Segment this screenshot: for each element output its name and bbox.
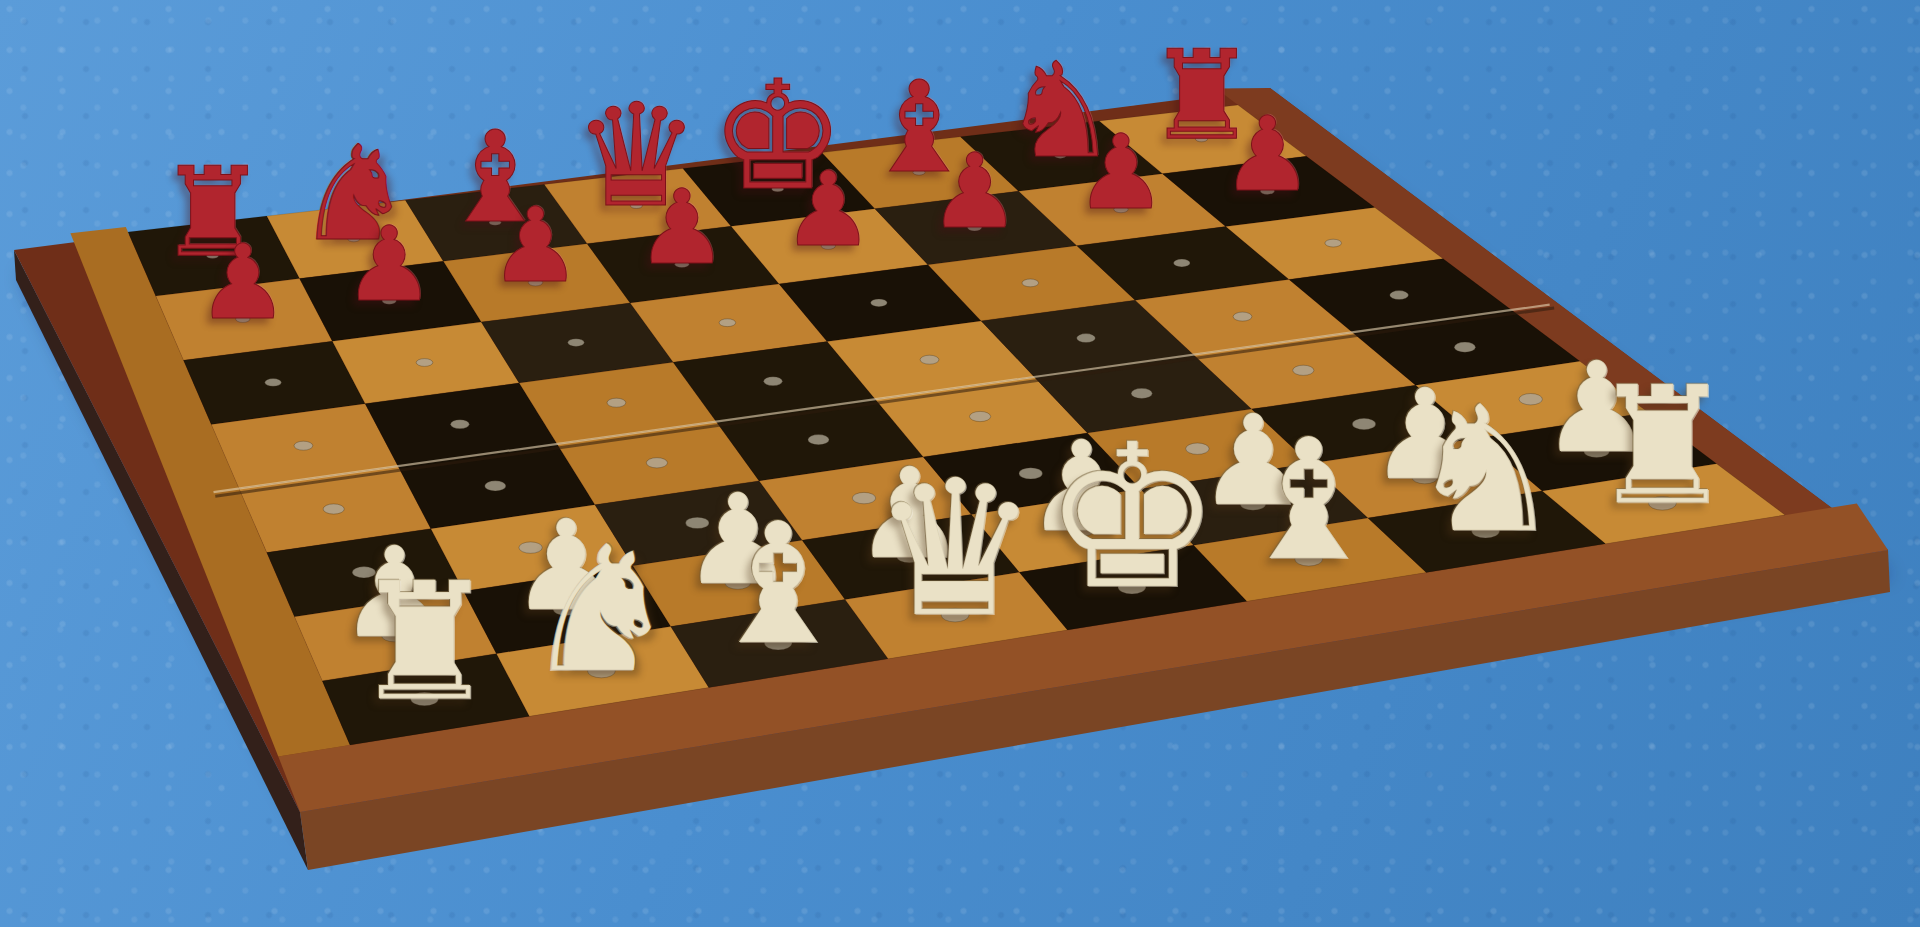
piece-white-queen-d1[interactable]: ♛: [871, 455, 1040, 643]
peg-hole-h6: [1325, 239, 1342, 247]
piece-white-bishop-f1[interactable]: ♝: [1234, 417, 1384, 584]
peg-hole-e6: [871, 299, 888, 307]
piece-red-pawn-g7[interactable]: ♟: [1075, 122, 1167, 225]
peg-hole-b5: [451, 420, 470, 429]
peg-hole-a4: [323, 504, 344, 514]
piece-white-knight-g1[interactable]: ♞: [1408, 383, 1564, 557]
piece-red-pawn-h7[interactable]: ♟: [1221, 103, 1313, 206]
piece-red-pawn-c7[interactable]: ♟: [489, 195, 581, 298]
peg-hole-f4: [1131, 388, 1152, 398]
peg-hole-b4: [485, 481, 506, 491]
piece-red-pawn-d7[interactable]: ♟: [636, 177, 728, 280]
peg-hole-g6: [1174, 259, 1191, 267]
piece-white-knight-b1[interactable]: ♞: [523, 523, 679, 697]
peg-hole-g5: [1233, 312, 1252, 321]
piece-white-rook-a1[interactable]: ♜: [352, 561, 497, 723]
peg-hole-h4: [1454, 342, 1475, 352]
peg-hole-c5: [607, 398, 626, 407]
peg-hole-c6: [568, 339, 585, 347]
piece-white-rook-h1[interactable]: ♜: [1590, 366, 1735, 528]
peg-hole-h5: [1390, 291, 1409, 300]
piece-white-king-e1[interactable]: ♚: [1043, 418, 1221, 617]
peg-hole-e5: [920, 355, 939, 364]
peg-hole-e4: [970, 411, 991, 421]
peg-hole-c4: [646, 458, 667, 468]
piece-red-pawn-a7[interactable]: ♟: [197, 231, 289, 334]
peg-hole-d5: [764, 377, 783, 386]
piece-white-bishop-c1[interactable]: ♝: [703, 501, 853, 668]
peg-hole-g4: [1293, 365, 1314, 375]
peg-hole-a5: [294, 441, 313, 450]
peg-hole-d4: [808, 435, 829, 445]
peg-hole-d6: [719, 319, 736, 327]
piece-red-pawn-e7[interactable]: ♟: [782, 158, 874, 261]
peg-hole-a6: [265, 379, 282, 387]
photo-scene: ♜♞♝♚♟♛♟♝♟♞♟♜♟♟♟♟♟♟♜♟♟♞♟♝♟♚♟♛♟♝♞♜: [0, 0, 1920, 927]
peg-hole-b6: [416, 359, 433, 367]
piece-red-pawn-f7[interactable]: ♟: [928, 140, 1020, 243]
piece-red-pawn-b7[interactable]: ♟: [343, 213, 435, 316]
peg-hole-f6: [1022, 279, 1039, 287]
peg-hole-f5: [1077, 334, 1096, 343]
